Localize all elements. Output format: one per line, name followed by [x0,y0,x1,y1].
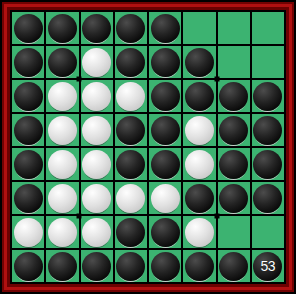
black-disc-b2 [48,48,77,77]
black-disc-d5 [116,150,145,179]
cell-a5[interactable] [12,148,44,180]
cell-c2[interactable] [81,46,113,78]
black-disc-g8 [219,252,248,281]
black-disc-h3 [253,82,282,111]
black-disc-e5 [151,150,180,179]
black-disc-a8 [14,252,43,281]
cell-e6[interactable] [149,182,181,214]
cell-e5[interactable] [149,148,181,180]
white-disc-b7 [48,218,77,247]
cell-e7[interactable] [149,216,181,248]
black-disc-f3 [185,82,214,111]
black-disc-a3 [14,82,43,111]
white-disc-c2 [82,48,111,77]
white-disc-d3 [116,82,145,111]
cell-a6[interactable] [12,182,44,214]
white-disc-d6 [116,184,145,213]
cell-f2[interactable] [183,46,215,78]
cell-f3[interactable] [183,80,215,112]
cell-d1[interactable] [115,12,147,44]
black-disc-c8 [82,252,111,281]
cell-c1[interactable] [81,12,113,44]
cell-f5[interactable] [183,148,215,180]
black-disc-e2 [151,48,180,77]
white-disc-c4 [82,116,111,145]
black-disc-e7 [151,218,180,247]
black-disc-d8 [116,252,145,281]
cell-d5[interactable] [115,148,147,180]
black-disc-g5 [219,150,248,179]
cell-a2[interactable] [12,46,44,78]
white-disc-b4 [48,116,77,145]
black-disc-g3 [219,82,248,111]
cell-h8[interactable]: 53 [252,250,284,282]
cell-b7[interactable] [46,216,78,248]
black-disc-h5 [253,150,282,179]
cell-g3[interactable] [218,80,250,112]
black-disc-a4 [14,116,43,145]
cell-c7[interactable] [81,216,113,248]
star-point [215,213,220,218]
black-disc-a6 [14,184,43,213]
cell-c6[interactable] [81,182,113,214]
cell-c5[interactable] [81,148,113,180]
black-disc-e4 [151,116,180,145]
cell-h3[interactable] [252,80,284,112]
white-disc-f4 [185,116,214,145]
cell-h4[interactable] [252,114,284,146]
cell-d6[interactable] [115,182,147,214]
cell-a3[interactable] [12,80,44,112]
black-disc-f6 [185,184,214,213]
cell-f8[interactable] [183,250,215,282]
cell-d8[interactable] [115,250,147,282]
cell-g5[interactable] [218,148,250,180]
white-disc-b3 [48,82,77,111]
cell-a1[interactable] [12,12,44,44]
black-disc-a1 [14,14,43,43]
white-disc-f7 [185,218,214,247]
black-disc-e3 [151,82,180,111]
black-disc-a5 [14,150,43,179]
cell-f1[interactable] [183,12,215,44]
cell-g2[interactable] [218,46,250,78]
black-disc-b8 [48,252,77,281]
black-disc-b1 [48,14,77,43]
cell-g4[interactable] [218,114,250,146]
cell-e8[interactable] [149,250,181,282]
white-disc-c3 [82,82,111,111]
cell-g7[interactable] [218,216,250,248]
cell-e4[interactable] [149,114,181,146]
cell-a8[interactable] [12,250,44,282]
cell-d2[interactable] [115,46,147,78]
cell-f6[interactable] [183,182,215,214]
white-disc-f5 [185,150,214,179]
white-disc-b5 [48,150,77,179]
cell-h6[interactable] [252,182,284,214]
cell-a4[interactable] [12,114,44,146]
cell-b5[interactable] [46,148,78,180]
black-disc-e8 [151,252,180,281]
black-disc-d7 [116,218,145,247]
cell-h2[interactable] [252,46,284,78]
white-disc-e6 [151,184,180,213]
black-disc-h4 [253,116,282,145]
cell-b3[interactable] [46,80,78,112]
black-disc-d1 [116,14,145,43]
cell-e2[interactable] [149,46,181,78]
cell-g1[interactable] [218,12,250,44]
black-disc-e1 [151,14,180,43]
star-point [77,76,82,81]
black-disc-h6 [253,184,282,213]
black-disc-d2 [116,48,145,77]
black-disc-a2 [14,48,43,77]
cell-h5[interactable] [252,148,284,180]
cell-g8[interactable] [218,250,250,282]
white-disc-c5 [82,150,111,179]
star-point [215,76,220,81]
black-disc-c1 [82,14,111,43]
white-disc-b6 [48,184,77,213]
star-point [77,213,82,218]
cell-f4[interactable] [183,114,215,146]
cell-b4[interactable] [46,114,78,146]
cell-a7[interactable] [12,216,44,248]
cell-e1[interactable] [149,12,181,44]
board-frame: 53 [2,2,294,292]
cell-d3[interactable] [115,80,147,112]
board-frame-inner: 53 [7,7,289,287]
black-disc-f2 [185,48,214,77]
cell-b6[interactable] [46,182,78,214]
board-frame-highlight: 53 [4,4,292,290]
cell-b1[interactable] [46,12,78,44]
cell-b2[interactable] [46,46,78,78]
cell-b8[interactable] [46,250,78,282]
cell-h1[interactable] [252,12,284,44]
cell-f7[interactable] [183,216,215,248]
cell-e3[interactable] [149,80,181,112]
cell-c4[interactable] [81,114,113,146]
black-disc-g4 [219,116,248,145]
black-disc-f8 [185,252,214,281]
cell-d7[interactable] [115,216,147,248]
othello-app: 53 [0,0,296,294]
white-disc-a7 [14,218,43,247]
cell-d4[interactable] [115,114,147,146]
cell-c8[interactable] [81,250,113,282]
cell-h7[interactable] [252,216,284,248]
black-disc-d4 [116,116,145,145]
white-disc-c7 [82,218,111,247]
black-disc-h8: 53 [253,252,282,281]
cell-g6[interactable] [218,182,250,214]
last-move-number: 53 [261,259,276,273]
cell-c3[interactable] [81,80,113,112]
black-disc-g6 [219,184,248,213]
white-disc-c6 [82,184,111,213]
othello-board: 53 [10,10,286,284]
